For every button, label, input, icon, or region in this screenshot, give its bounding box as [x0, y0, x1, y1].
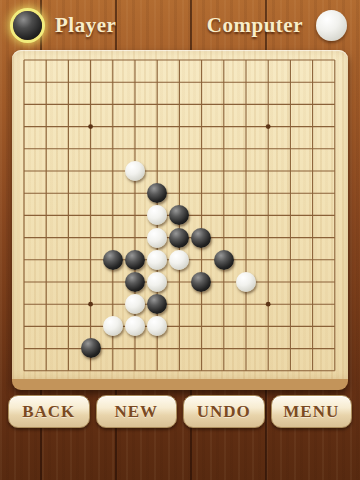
intersection-j14[interactable]: [213, 71, 235, 93]
intersection-g15[interactable]: [146, 49, 168, 71]
intersection-c11[interactable]: [57, 138, 79, 160]
intersection-j8[interactable]: [213, 204, 235, 226]
intersection-h10[interactable]: [168, 160, 190, 182]
toolbar: BACK NEW UNDO MENU: [8, 395, 352, 428]
intersection-g12[interactable]: [146, 115, 168, 137]
intersection-e15[interactable]: [102, 49, 124, 71]
black-stone: [103, 250, 123, 270]
intersection-h6[interactable]: [168, 249, 190, 271]
intersection-a2[interactable]: [13, 337, 35, 359]
intersection-e10[interactable]: [102, 160, 124, 182]
intersection-n2[interactable]: [301, 337, 323, 359]
intersection-a13[interactable]: [13, 93, 35, 115]
intersection-d14[interactable]: [79, 71, 101, 93]
game-board[interactable]: [12, 50, 348, 390]
intersection-a3[interactable]: [13, 315, 35, 337]
intersection-l2[interactable]: [257, 337, 279, 359]
intersection-f12[interactable]: [124, 115, 146, 137]
intersection-i15[interactable]: [190, 49, 212, 71]
intersection-b2[interactable]: [35, 337, 57, 359]
intersection-k14[interactable]: [235, 71, 257, 93]
intersection-b8[interactable]: [35, 204, 57, 226]
undo-button[interactable]: UNDO: [183, 395, 265, 428]
intersection-l1[interactable]: [257, 360, 279, 382]
intersection-d8[interactable]: [79, 204, 101, 226]
intersection-g6[interactable]: [146, 249, 168, 271]
white-stone: [169, 250, 189, 270]
intersection-a8[interactable]: [13, 204, 35, 226]
intersection-f11[interactable]: [124, 138, 146, 160]
menu-button[interactable]: MENU: [271, 395, 353, 428]
intersection-j7[interactable]: [213, 226, 235, 248]
intersection-f13[interactable]: [124, 93, 146, 115]
intersection-i4[interactable]: [190, 293, 212, 315]
intersection-j10[interactable]: [213, 160, 235, 182]
intersection-n10[interactable]: [301, 160, 323, 182]
white-stone: [147, 228, 167, 248]
intersection-k15[interactable]: [235, 49, 257, 71]
intersection-n7[interactable]: [301, 226, 323, 248]
intersection-m2[interactable]: [279, 337, 301, 359]
intersection-e6[interactable]: [102, 249, 124, 271]
intersection-l8[interactable]: [257, 204, 279, 226]
intersection-d12[interactable]: [79, 115, 101, 137]
intersection-m9[interactable]: [279, 182, 301, 204]
intersection-f8[interactable]: [124, 204, 146, 226]
white-stone: [125, 294, 145, 314]
intersection-n3[interactable]: [301, 315, 323, 337]
intersection-a7[interactable]: [13, 226, 35, 248]
intersection-i2[interactable]: [190, 337, 212, 359]
intersection-d15[interactable]: [79, 49, 101, 71]
intersection-c6[interactable]: [57, 249, 79, 271]
intersection-i11[interactable]: [190, 138, 212, 160]
white-stone: [147, 272, 167, 292]
intersection-o1[interactable]: [324, 360, 346, 382]
intersection-i12[interactable]: [190, 115, 212, 137]
intersection-f6[interactable]: [124, 249, 146, 271]
intersection-k11[interactable]: [235, 138, 257, 160]
intersection-b12[interactable]: [35, 115, 57, 137]
player-side: Player: [13, 11, 116, 40]
black-stone: [125, 250, 145, 270]
intersection-g9[interactable]: [146, 182, 168, 204]
black-stone: [214, 250, 234, 270]
intersection-k10[interactable]: [235, 160, 257, 182]
intersection-i13[interactable]: [190, 93, 212, 115]
intersection-j12[interactable]: [213, 115, 235, 137]
intersection-m15[interactable]: [279, 49, 301, 71]
intersection-b15[interactable]: [35, 49, 57, 71]
intersection-o3[interactable]: [324, 315, 346, 337]
intersection-n4[interactable]: [301, 293, 323, 315]
intersection-l12[interactable]: [257, 115, 279, 137]
intersection-b5[interactable]: [35, 271, 57, 293]
intersection-b1[interactable]: [35, 360, 57, 382]
intersection-o15[interactable]: [324, 49, 346, 71]
intersection-m3[interactable]: [279, 315, 301, 337]
intersection-n9[interactable]: [301, 182, 323, 204]
intersection-l9[interactable]: [257, 182, 279, 204]
intersection-a4[interactable]: [13, 293, 35, 315]
intersection-h14[interactable]: [168, 71, 190, 93]
intersection-j6[interactable]: [213, 249, 235, 271]
intersection-f9[interactable]: [124, 182, 146, 204]
intersection-e14[interactable]: [102, 71, 124, 93]
intersection-i8[interactable]: [190, 204, 212, 226]
back-button[interactable]: BACK: [8, 395, 90, 428]
intersection-a9[interactable]: [13, 182, 35, 204]
intersection-d2[interactable]: [79, 337, 101, 359]
intersection-c9[interactable]: [57, 182, 79, 204]
intersection-a10[interactable]: [13, 160, 35, 182]
intersection-i7[interactable]: [190, 226, 212, 248]
intersection-h5[interactable]: [168, 271, 190, 293]
white-stone: [147, 250, 167, 270]
intersection-m13[interactable]: [279, 93, 301, 115]
intersection-i5[interactable]: [190, 271, 212, 293]
white-stone: [125, 316, 145, 336]
intersection-n13[interactable]: [301, 93, 323, 115]
intersection-o4[interactable]: [324, 293, 346, 315]
player-label: Player: [55, 13, 116, 38]
intersection-f2[interactable]: [124, 337, 146, 359]
intersection-b10[interactable]: [35, 160, 57, 182]
intersection-k8[interactable]: [235, 204, 257, 226]
intersection-f1[interactable]: [124, 360, 146, 382]
black-stone: [147, 183, 167, 203]
intersection-c14[interactable]: [57, 71, 79, 93]
intersection-l5[interactable]: [257, 271, 279, 293]
intersection-m1[interactable]: [279, 360, 301, 382]
intersection-o8[interactable]: [324, 204, 346, 226]
intersection-g4[interactable]: [146, 293, 168, 315]
intersection-k5[interactable]: [235, 271, 257, 293]
intersection-j3[interactable]: [213, 315, 235, 337]
intersection-g7[interactable]: [146, 226, 168, 248]
board-grid: [13, 49, 346, 382]
intersection-c4[interactable]: [57, 293, 79, 315]
intersection-b4[interactable]: [35, 293, 57, 315]
intersection-e11[interactable]: [102, 138, 124, 160]
intersection-l4[interactable]: [257, 293, 279, 315]
intersection-c15[interactable]: [57, 49, 79, 71]
intersection-h15[interactable]: [168, 49, 190, 71]
intersection-a6[interactable]: [13, 249, 35, 271]
intersection-h7[interactable]: [168, 226, 190, 248]
intersection-i10[interactable]: [190, 160, 212, 182]
intersection-o5[interactable]: [324, 271, 346, 293]
intersection-e2[interactable]: [102, 337, 124, 359]
intersection-g8[interactable]: [146, 204, 168, 226]
intersection-k3[interactable]: [235, 315, 257, 337]
intersection-e8[interactable]: [102, 204, 124, 226]
intersection-e4[interactable]: [102, 293, 124, 315]
intersection-n6[interactable]: [301, 249, 323, 271]
intersection-n12[interactable]: [301, 115, 323, 137]
intersection-e13[interactable]: [102, 93, 124, 115]
intersection-l11[interactable]: [257, 138, 279, 160]
intersection-a11[interactable]: [13, 138, 35, 160]
intersection-k9[interactable]: [235, 182, 257, 204]
intersection-c2[interactable]: [57, 337, 79, 359]
intersection-c7[interactable]: [57, 226, 79, 248]
intersection-c10[interactable]: [57, 160, 79, 182]
intersection-h1[interactable]: [168, 360, 190, 382]
black-stone: [191, 228, 211, 248]
intersection-h4[interactable]: [168, 293, 190, 315]
computer-white-stone-icon: [316, 10, 347, 41]
intersection-l15[interactable]: [257, 49, 279, 71]
intersection-d11[interactable]: [79, 138, 101, 160]
intersection-g10[interactable]: [146, 160, 168, 182]
intersection-h11[interactable]: [168, 138, 190, 160]
intersection-k13[interactable]: [235, 93, 257, 115]
intersection-m10[interactable]: [279, 160, 301, 182]
intersection-m8[interactable]: [279, 204, 301, 226]
intersection-i6[interactable]: [190, 249, 212, 271]
intersection-l7[interactable]: [257, 226, 279, 248]
intersection-h3[interactable]: [168, 315, 190, 337]
white-stone: [147, 316, 167, 336]
intersection-a14[interactable]: [13, 71, 35, 93]
intersection-g14[interactable]: [146, 71, 168, 93]
intersection-n1[interactable]: [301, 360, 323, 382]
intersection-d4[interactable]: [79, 293, 101, 315]
intersection-m4[interactable]: [279, 293, 301, 315]
intersection-o12[interactable]: [324, 115, 346, 137]
intersection-j4[interactable]: [213, 293, 235, 315]
intersection-o11[interactable]: [324, 138, 346, 160]
intersection-l3[interactable]: [257, 315, 279, 337]
intersection-e7[interactable]: [102, 226, 124, 248]
intersection-m12[interactable]: [279, 115, 301, 137]
black-stone: [169, 228, 189, 248]
black-stone: [191, 272, 211, 292]
intersection-g13[interactable]: [146, 93, 168, 115]
intersection-c12[interactable]: [57, 115, 79, 137]
black-stone: [169, 205, 189, 225]
intersection-c5[interactable]: [57, 271, 79, 293]
intersection-h2[interactable]: [168, 337, 190, 359]
intersection-o2[interactable]: [324, 337, 346, 359]
intersection-l14[interactable]: [257, 71, 279, 93]
intersection-m7[interactable]: [279, 226, 301, 248]
intersection-o13[interactable]: [324, 93, 346, 115]
intersection-c8[interactable]: [57, 204, 79, 226]
intersection-o6[interactable]: [324, 249, 346, 271]
intersection-d6[interactable]: [79, 249, 101, 271]
intersection-k2[interactable]: [235, 337, 257, 359]
intersection-m11[interactable]: [279, 138, 301, 160]
intersection-e3[interactable]: [102, 315, 124, 337]
intersection-g3[interactable]: [146, 315, 168, 337]
intersection-j9[interactable]: [213, 182, 235, 204]
intersection-m5[interactable]: [279, 271, 301, 293]
intersection-b14[interactable]: [35, 71, 57, 93]
intersection-e9[interactable]: [102, 182, 124, 204]
intersection-j2[interactable]: [213, 337, 235, 359]
intersection-a5[interactable]: [13, 271, 35, 293]
intersection-k4[interactable]: [235, 293, 257, 315]
intersection-l13[interactable]: [257, 93, 279, 115]
intersection-h8[interactable]: [168, 204, 190, 226]
player-black-stone-icon: [13, 11, 42, 40]
white-stone: [147, 205, 167, 225]
intersection-g1[interactable]: [146, 360, 168, 382]
intersection-i9[interactable]: [190, 182, 212, 204]
intersection-n8[interactable]: [301, 204, 323, 226]
intersection-n15[interactable]: [301, 49, 323, 71]
intersection-j1[interactable]: [213, 360, 235, 382]
intersection-m14[interactable]: [279, 71, 301, 93]
intersection-d1[interactable]: [79, 360, 101, 382]
intersection-f15[interactable]: [124, 49, 146, 71]
status-bar: Player Computer: [0, 0, 360, 50]
intersection-f5[interactable]: [124, 271, 146, 293]
intersection-i1[interactable]: [190, 360, 212, 382]
intersection-k7[interactable]: [235, 226, 257, 248]
intersection-k1[interactable]: [235, 360, 257, 382]
computer-side: Computer: [207, 10, 347, 41]
intersection-c3[interactable]: [57, 315, 79, 337]
intersection-o14[interactable]: [324, 71, 346, 93]
intersection-j15[interactable]: [213, 49, 235, 71]
intersection-a15[interactable]: [13, 49, 35, 71]
intersection-d7[interactable]: [79, 226, 101, 248]
intersection-a1[interactable]: [13, 360, 35, 382]
intersection-c1[interactable]: [57, 360, 79, 382]
intersection-h13[interactable]: [168, 93, 190, 115]
intersection-n11[interactable]: [301, 138, 323, 160]
intersection-f7[interactable]: [124, 226, 146, 248]
intersection-j11[interactable]: [213, 138, 235, 160]
intersection-c13[interactable]: [57, 93, 79, 115]
white-stone: [103, 316, 123, 336]
intersection-j5[interactable]: [213, 271, 235, 293]
intersection-l6[interactable]: [257, 249, 279, 271]
white-stone: [236, 272, 256, 292]
intersection-o9[interactable]: [324, 182, 346, 204]
intersection-d9[interactable]: [79, 182, 101, 204]
intersection-f3[interactable]: [124, 315, 146, 337]
intersection-i14[interactable]: [190, 71, 212, 93]
intersection-g11[interactable]: [146, 138, 168, 160]
black-stone: [125, 272, 145, 292]
intersection-f10[interactable]: [124, 160, 146, 182]
intersection-m6[interactable]: [279, 249, 301, 271]
intersection-f14[interactable]: [124, 71, 146, 93]
intersection-o7[interactable]: [324, 226, 346, 248]
intersection-b3[interactable]: [35, 315, 57, 337]
intersection-d3[interactable]: [79, 315, 101, 337]
intersection-b7[interactable]: [35, 226, 57, 248]
intersection-o10[interactable]: [324, 160, 346, 182]
intersection-e12[interactable]: [102, 115, 124, 137]
black-stone: [147, 294, 167, 314]
new-button[interactable]: NEW: [96, 395, 178, 428]
intersection-k6[interactable]: [235, 249, 257, 271]
intersection-d5[interactable]: [79, 271, 101, 293]
intersection-n5[interactable]: [301, 271, 323, 293]
intersection-b9[interactable]: [35, 182, 57, 204]
intersection-b6[interactable]: [35, 249, 57, 271]
intersection-e5[interactable]: [102, 271, 124, 293]
intersection-i3[interactable]: [190, 315, 212, 337]
intersection-g2[interactable]: [146, 337, 168, 359]
white-stone: [125, 161, 145, 181]
intersection-e1[interactable]: [102, 360, 124, 382]
intersection-h9[interactable]: [168, 182, 190, 204]
computer-label: Computer: [207, 13, 303, 38]
intersection-b11[interactable]: [35, 138, 57, 160]
intersection-n14[interactable]: [301, 71, 323, 93]
intersection-b13[interactable]: [35, 93, 57, 115]
intersection-k12[interactable]: [235, 115, 257, 137]
intersection-j13[interactable]: [213, 93, 235, 115]
intersection-h12[interactable]: [168, 115, 190, 137]
black-stone: [81, 338, 101, 358]
intersection-g5[interactable]: [146, 271, 168, 293]
intersection-l10[interactable]: [257, 160, 279, 182]
intersection-a12[interactable]: [13, 115, 35, 137]
intersection-d13[interactable]: [79, 93, 101, 115]
intersection-f4[interactable]: [124, 293, 146, 315]
intersection-d10[interactable]: [79, 160, 101, 182]
